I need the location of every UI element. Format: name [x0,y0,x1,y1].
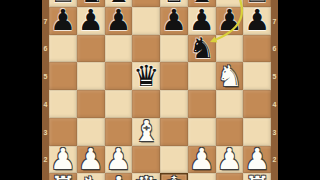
square-d1[interactable]: ♛ [132,173,160,180]
thumbnail-background: 87654321 ♜♞♝♚♝♜♟♟♟♟♟♟♟♞♛♞♝♟♟♟♟♟♟♜♞♝♛♚♜ 8… [0,0,320,180]
rank-label-left-2: 2 [42,156,49,163]
square-h6[interactable] [243,35,271,63]
rank-label-right-3: 3 [271,128,278,135]
black-pawn-c7[interactable]: ♟ [105,6,131,35]
square-h4[interactable] [243,90,271,118]
square-g4[interactable] [216,90,244,118]
square-a5[interactable] [49,62,77,90]
black-pawn-b7[interactable]: ♟ [78,6,104,35]
rank-label-right-4: 4 [271,100,278,107]
square-b1[interactable]: ♞ [77,173,105,180]
square-h5[interactable] [243,62,271,90]
white-rook-a1[interactable]: ♜ [50,173,76,180]
square-e5[interactable] [160,62,188,90]
square-c1[interactable]: ♝ [105,173,133,180]
rank-labels-left: 87654321 [42,0,49,180]
square-e6[interactable] [160,35,188,63]
square-d5[interactable]: ♛ [132,62,160,90]
white-knight-g5[interactable]: ♞ [216,62,242,91]
square-f5[interactable] [188,62,216,90]
board-squares: ♜♞♝♚♝♜♟♟♟♟♟♟♟♞♛♞♝♟♟♟♟♟♟♜♞♝♛♚♜ [49,0,271,180]
square-b5[interactable] [77,62,105,90]
white-rook-h1[interactable]: ♜ [244,173,270,180]
black-pawn-e7[interactable]: ♟ [161,6,187,35]
rank-label-right-7: 7 [271,17,278,24]
white-king-e1[interactable]: ♚ [161,173,187,180]
square-a1[interactable]: ♜ [49,173,77,180]
rank-label-left-5: 5 [42,73,49,80]
black-knight-f6[interactable]: ♞ [189,34,215,63]
rank-label-right-2: 2 [271,156,278,163]
square-a7[interactable]: ♟ [49,7,77,35]
square-b6[interactable] [77,35,105,63]
white-bishop-c1[interactable]: ♝ [105,173,131,180]
white-bishop-d3[interactable]: ♝ [133,117,159,146]
rank-label-left-3: 3 [42,128,49,135]
square-b4[interactable] [77,90,105,118]
square-g5[interactable]: ♞ [216,62,244,90]
square-d8[interactable] [132,0,160,7]
square-g1[interactable] [216,173,244,180]
black-pawn-h7[interactable]: ♟ [244,6,270,35]
square-e3[interactable] [160,118,188,146]
square-f2[interactable]: ♟ [188,146,216,174]
black-pawn-a7[interactable]: ♟ [50,6,76,35]
square-c4[interactable] [105,90,133,118]
black-pawn-g7[interactable]: ♟ [216,6,242,35]
square-f1[interactable] [188,173,216,180]
square-e7[interactable]: ♟ [160,7,188,35]
black-queen-d5[interactable]: ♛ [133,62,159,91]
rank-labels-right: 87654321 [271,0,278,180]
square-f4[interactable] [188,90,216,118]
rank-label-left-6: 6 [42,45,49,52]
square-a4[interactable] [49,90,77,118]
square-a6[interactable] [49,35,77,63]
square-g2[interactable]: ♟ [216,146,244,174]
square-e4[interactable] [160,90,188,118]
rank-label-left-7: 7 [42,17,49,24]
white-queen-d1[interactable]: ♛ [133,173,159,180]
square-d3[interactable]: ♝ [132,118,160,146]
rank-label-left-4: 4 [42,100,49,107]
square-f6[interactable]: ♞ [188,35,216,63]
square-h7[interactable]: ♟ [243,7,271,35]
chess-board-frame: 87654321 ♜♞♝♚♝♜♟♟♟♟♟♟♟♞♛♞♝♟♟♟♟♟♟♜♞♝♛♚♜ 8… [42,0,278,180]
square-g7[interactable]: ♟ [216,7,244,35]
white-knight-b1[interactable]: ♞ [78,173,104,180]
square-c5[interactable] [105,62,133,90]
square-d7[interactable] [132,7,160,35]
rank-label-right-5: 5 [271,73,278,80]
rank-label-right-6: 6 [271,45,278,52]
white-pawn-f2[interactable]: ♟ [189,145,215,174]
square-c6[interactable] [105,35,133,63]
white-pawn-g2[interactable]: ♟ [216,145,242,174]
square-c7[interactable]: ♟ [105,7,133,35]
square-h1[interactable]: ♜ [243,173,271,180]
square-b7[interactable]: ♟ [77,7,105,35]
square-e1[interactable]: ♚ [160,173,188,180]
